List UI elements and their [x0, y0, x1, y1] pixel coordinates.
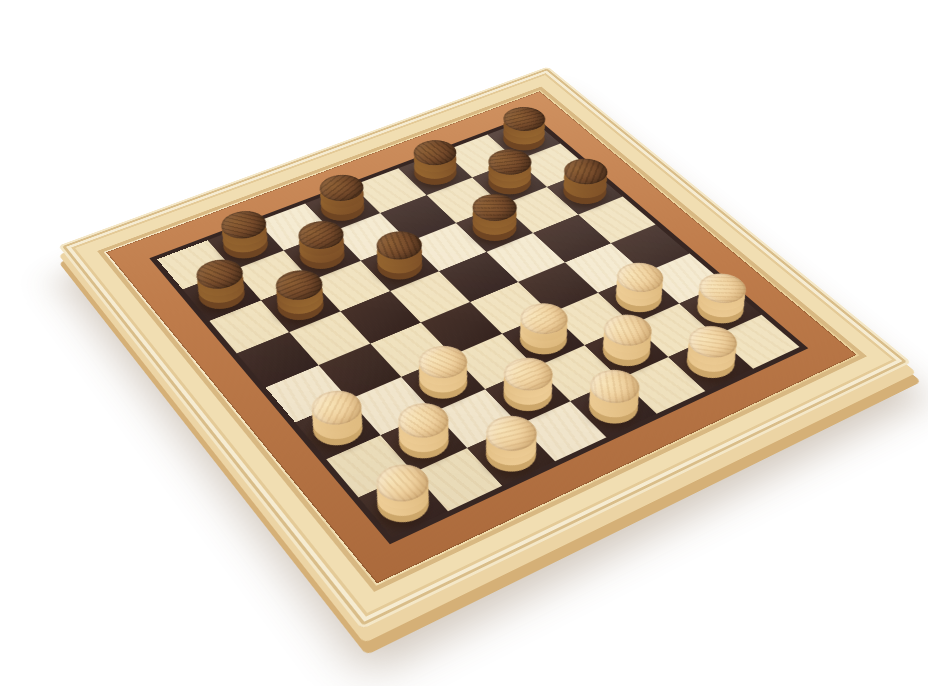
copper-border: [106, 91, 856, 583]
square-3-4[interactable]: [439, 252, 518, 302]
inner-dark-border: [149, 114, 808, 544]
light-piece[interactable]: [688, 289, 753, 330]
square-5-4[interactable]: [502, 313, 585, 367]
product-photo-scene: [0, 0, 928, 686]
light-piece[interactable]: [476, 431, 546, 480]
dark-piece[interactable]: [369, 247, 431, 286]
light-piece[interactable]: [368, 479, 439, 530]
board-grid: [157, 118, 799, 537]
board-frame: [58, 67, 911, 630]
checkers-board: [58, 67, 911, 630]
light-piece[interactable]: [579, 385, 647, 431]
